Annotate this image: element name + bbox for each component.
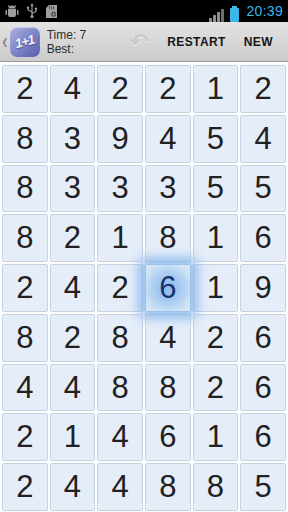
grid-cell[interactable]: 6 — [240, 413, 286, 461]
grid-cell[interactable]: 8 — [193, 463, 239, 511]
status-clock: 20:39 — [246, 0, 283, 22]
grid-cell[interactable]: 5 — [240, 463, 286, 511]
sd-card-icon — [45, 4, 58, 19]
grid-cell[interactable]: 4 — [2, 364, 48, 412]
grid-cell[interactable]: 2 — [193, 364, 239, 412]
grid-cell[interactable]: 2 — [2, 463, 48, 511]
grid-cell[interactable]: 5 — [193, 115, 239, 163]
app-icon-glyph: 1+1 — [14, 32, 36, 51]
grid-cell[interactable]: 6 — [240, 314, 286, 362]
grid-cell[interactable]: 8 — [97, 314, 143, 362]
back-chevron-icon[interactable]: ‹ — [1, 16, 9, 68]
grid-cell[interactable]: 4 — [50, 65, 96, 113]
grid-cell[interactable]: 2 — [2, 413, 48, 461]
grid-cell[interactable]: 5 — [240, 165, 286, 213]
grid-cell[interactable]: 8 — [2, 165, 48, 213]
grid-cell[interactable]: 4 — [50, 364, 96, 412]
signal-icon — [209, 9, 224, 22]
board: 2422128394548333558218162426198284264488… — [0, 62, 288, 512]
grid-cell[interactable]: 2 — [145, 65, 191, 113]
grid-cell[interactable]: 6 — [240, 214, 286, 262]
grid-cell[interactable]: 8 — [97, 364, 143, 412]
usb-icon — [26, 3, 38, 19]
grid-cell[interactable]: 6 — [145, 413, 191, 461]
grid-cell[interactable]: 4 — [97, 463, 143, 511]
undo-icon: ↶ — [130, 29, 148, 54]
grid-cell[interactable]: 9 — [97, 115, 143, 163]
status-icons-left — [5, 3, 58, 19]
grid-cell[interactable]: 2 — [97, 264, 143, 312]
grid-cell[interactable]: 8 — [145, 463, 191, 511]
grid-cell[interactable]: 2 — [50, 314, 96, 362]
grid-cell[interactable]: 3 — [50, 115, 96, 163]
grid-cell[interactable]: 4 — [240, 115, 286, 163]
grid-cell[interactable]: 8 — [2, 314, 48, 362]
grid-cell[interactable]: 1 — [97, 214, 143, 262]
grid-cell[interactable]: 8 — [145, 214, 191, 262]
grid-cell[interactable]: 2 — [2, 264, 48, 312]
grid-cell[interactable]: 4 — [97, 413, 143, 461]
grid-cell[interactable]: 1 — [193, 214, 239, 262]
grid-cell[interactable]: 3 — [145, 165, 191, 213]
grid-cell[interactable]: 1 — [50, 413, 96, 461]
battery-icon — [230, 8, 239, 22]
grid-cell[interactable]: 1 — [193, 413, 239, 461]
status-bar: 20:39 — [0, 0, 288, 22]
grid-cell[interactable]: 2 — [97, 65, 143, 113]
grid-cell[interactable]: 2 — [240, 65, 286, 113]
grid-cell[interactable]: 4 — [50, 264, 96, 312]
grid-cell[interactable]: 9 — [240, 264, 286, 312]
status-icons-right: 20:39 — [209, 0, 283, 22]
grid-cell[interactable]: 2 — [2, 65, 48, 113]
grid-cell[interactable]: 4 — [50, 463, 96, 511]
action-bar: ‹ 1+1 Time: 7 Best: ↶ RESTART NEW — [0, 22, 288, 62]
grid-cell[interactable]: 5 — [193, 165, 239, 213]
grid-cell[interactable]: 8 — [145, 364, 191, 412]
grid-cell[interactable]: 2 — [193, 314, 239, 362]
app-window: 20:39 ‹ 1+1 Time: 7 Best: ↶ RESTART NEW … — [0, 0, 288, 512]
best-text: Best: — [47, 42, 87, 56]
undo-button[interactable]: ↶ — [120, 23, 158, 61]
grid-cell[interactable]: 1 — [193, 264, 239, 312]
grid-cell[interactable]: 3 — [50, 165, 96, 213]
score-block: Time: 7 Best: — [47, 28, 87, 56]
app-icon[interactable]: 1+1 — [10, 27, 40, 57]
grid-cell[interactable]: 2 — [50, 214, 96, 262]
grid-cell[interactable]: 8 — [2, 214, 48, 262]
grid-cell[interactable]: 4 — [145, 314, 191, 362]
grid-cell[interactable]: 8 — [2, 115, 48, 163]
grid-cell[interactable]: 6 — [240, 364, 286, 412]
restart-button[interactable]: RESTART — [158, 22, 235, 62]
timer-text: Time: 7 — [47, 28, 87, 42]
grid-cell[interactable]: 4 — [145, 115, 191, 163]
grid-cell[interactable]: 6 — [145, 264, 191, 312]
new-button[interactable]: NEW — [235, 22, 282, 62]
grid-cell[interactable]: 3 — [97, 165, 143, 213]
grid-cell[interactable]: 1 — [193, 65, 239, 113]
